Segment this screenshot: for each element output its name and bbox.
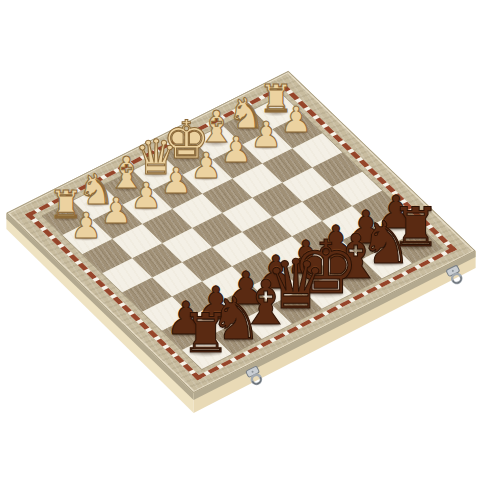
piece-bR[interactable]: ♜ [181, 307, 230, 361]
piece-wP[interactable]: ♟ [190, 147, 222, 183]
piece-wP[interactable]: ♟ [280, 102, 312, 138]
piece-wP[interactable]: ♟ [130, 178, 162, 214]
piece-wP[interactable]: ♟ [160, 162, 192, 198]
piece-wP[interactable]: ♟ [250, 117, 282, 153]
piece-wP[interactable]: ♟ [220, 132, 252, 168]
piece-wP[interactable]: ♟ [100, 193, 132, 229]
chess-set-photo: ♜♞♟♝♟♚♟♛♟♝♟♞♟♜♟♟♟♟♜♟♞♟♝♟♚♟♛♟♝♟♞♜ [0, 0, 500, 500]
piece-wP[interactable]: ♟ [70, 208, 102, 244]
